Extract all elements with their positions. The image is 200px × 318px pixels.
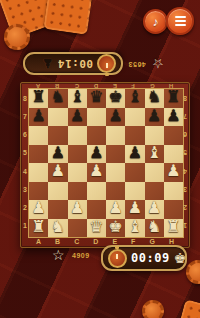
square-f2[interactable]: ♟: [125, 200, 144, 219]
black-pawn[interactable]: ♟: [147, 108, 161, 124]
square-b5[interactable]: ♟: [48, 145, 67, 164]
square-a5[interactable]: [29, 145, 48, 164]
black-pawn-icon: ♟: [42, 57, 54, 70]
sound-button[interactable]: ♪: [143, 9, 168, 34]
black-clock-time: 00:14: [57, 57, 93, 70]
coord-label-1: 1: [183, 222, 187, 229]
black-bishop[interactable]: ♝: [128, 89, 142, 105]
black-queen[interactable]: ♛: [89, 89, 103, 105]
square-d1[interactable]: ♛: [87, 219, 106, 238]
cookie-decoration: [142, 300, 164, 318]
square-a3[interactable]: [29, 182, 48, 201]
coord-label-h: H: [169, 238, 174, 245]
coord-label-6: 6: [23, 131, 27, 138]
square-a7[interactable]: ♟: [29, 108, 48, 127]
square-f6[interactable]: [125, 126, 144, 145]
coord-label-5: 5: [23, 149, 27, 156]
square-a4[interactable]: [29, 163, 48, 182]
square-c3[interactable]: [68, 182, 87, 201]
rank-labels-left: 87654321: [21, 89, 29, 235]
coord-label-d: D: [93, 238, 98, 245]
white-bishop[interactable]: ♝: [147, 145, 161, 161]
coord-label-e: E: [112, 238, 117, 245]
square-g8[interactable]: ♞: [145, 89, 164, 108]
black-pawn[interactable]: ♟: [31, 108, 45, 124]
square-b3[interactable]: [48, 182, 67, 201]
black-knight[interactable]: ♞: [147, 89, 161, 105]
menu-button[interactable]: [166, 7, 194, 35]
square-c6[interactable]: [68, 126, 87, 145]
white-queen[interactable]: ♛: [89, 219, 103, 235]
square-a6[interactable]: [29, 126, 48, 145]
square-f8[interactable]: ♝: [125, 89, 144, 108]
square-f3[interactable]: [125, 182, 144, 201]
white-star-icon: ☆: [52, 247, 65, 263]
coord-label-2: 2: [23, 204, 27, 211]
square-c8[interactable]: ♝: [68, 89, 87, 108]
white-pawn[interactable]: ♟: [147, 200, 161, 216]
black-pawn[interactable]: ♟: [108, 108, 122, 124]
coord-label-7: 7: [183, 113, 187, 120]
square-e5[interactable]: [106, 145, 125, 164]
white-pawn[interactable]: ♟: [51, 163, 65, 179]
white-rook[interactable]: ♜: [166, 219, 180, 235]
square-g6[interactable]: [145, 126, 164, 145]
cookie-decoration: [186, 260, 200, 284]
black-pawn[interactable]: ♟: [128, 145, 142, 161]
white-pawn[interactable]: ♟: [128, 200, 142, 216]
coord-label-g: G: [149, 238, 154, 245]
square-a8[interactable]: ♜: [29, 89, 48, 108]
square-g1[interactable]: ♞: [145, 219, 164, 238]
black-rating: 4653: [124, 61, 150, 68]
square-c4[interactable]: [68, 163, 87, 182]
black-clock-bar: 00:14 ♟: [23, 52, 123, 75]
white-pawn[interactable]: ♟: [31, 200, 45, 216]
white-rating: 4909: [72, 252, 102, 259]
coord-label-b: B: [55, 238, 60, 245]
coord-label-7: 7: [23, 113, 27, 120]
square-d2[interactable]: [87, 200, 106, 219]
coord-label-c: C: [74, 238, 79, 245]
black-pawn[interactable]: ♟: [70, 108, 84, 124]
black-star-icon: ☆: [152, 56, 164, 71]
stopwatch-icon: [108, 249, 127, 268]
square-b1[interactable]: ♞: [48, 219, 67, 238]
stopwatch-icon: [97, 54, 116, 73]
coord-label-4: 4: [183, 168, 187, 175]
cracker-decoration: [179, 299, 200, 318]
square-b8[interactable]: ♞: [48, 89, 67, 108]
black-pawn[interactable]: ♟: [166, 108, 180, 124]
coord-label-1: 1: [23, 222, 27, 229]
white-rook[interactable]: ♜: [31, 219, 45, 235]
rank-labels-right: 87654321: [181, 89, 189, 235]
white-knight[interactable]: ♞: [147, 219, 161, 235]
square-c2[interactable]: ♟: [68, 200, 87, 219]
white-king-icon: ♚: [174, 251, 187, 265]
square-c5[interactable]: [68, 145, 87, 164]
coord-label-4: 4: [23, 168, 27, 175]
coord-label-5: 5: [183, 149, 187, 156]
square-e3[interactable]: [106, 182, 125, 201]
square-g2[interactable]: ♟: [145, 200, 164, 219]
square-e8[interactable]: ♚: [106, 89, 125, 108]
square-g3[interactable]: [145, 182, 164, 201]
white-clock-bar: 00:09 ♚: [101, 245, 187, 271]
cracker-decoration: [43, 0, 92, 35]
square-a2[interactable]: ♟: [29, 200, 48, 219]
cookie-decoration: [4, 24, 30, 50]
black-pawn[interactable]: ♟: [89, 145, 103, 161]
black-pawn[interactable]: ♟: [51, 145, 65, 161]
coord-label-3: 3: [183, 186, 187, 193]
coord-label-8: 8: [183, 95, 187, 102]
white-pawn[interactable]: ♟: [70, 200, 84, 216]
black-rook[interactable]: ♜: [166, 89, 180, 105]
black-king[interactable]: ♚: [108, 89, 122, 105]
square-a1[interactable]: ♜: [29, 219, 48, 238]
white-pawn[interactable]: ♟: [108, 200, 122, 216]
square-e1[interactable]: ♚: [106, 219, 125, 238]
coord-label-a: A: [36, 238, 41, 245]
square-c1[interactable]: [68, 219, 87, 238]
coord-label-f: F: [131, 238, 135, 245]
white-bishop[interactable]: ♝: [128, 219, 142, 235]
coord-label-3: 3: [23, 186, 27, 193]
square-f1[interactable]: ♝: [125, 219, 144, 238]
app-screen: ♪ 00:14 ♟ 4653 ☆ ABCDEFGH 87654321 ♜♞♝♛♚…: [0, 0, 200, 318]
square-g7[interactable]: ♟: [145, 108, 164, 127]
square-d3[interactable]: [87, 182, 106, 201]
square-e7[interactable]: ♟: [106, 108, 125, 127]
white-knight[interactable]: ♞: [51, 219, 65, 235]
chess-board: ABCDEFGH 87654321 ♜♞♝♛♚♝♞♜♟♟♟♟♟♟♟♟♝♟♟♟♟♟…: [20, 82, 190, 248]
coord-label-8: 8: [23, 95, 27, 102]
square-d8[interactable]: ♛: [87, 89, 106, 108]
coord-label-2: 2: [183, 204, 187, 211]
square-f7[interactable]: [125, 108, 144, 127]
square-b4[interactable]: ♟: [48, 163, 67, 182]
coord-label-6: 6: [183, 131, 187, 138]
square-e4[interactable]: [106, 163, 125, 182]
square-b7[interactable]: [48, 108, 67, 127]
white-pawn[interactable]: ♟: [166, 163, 180, 179]
square-f4[interactable]: [125, 163, 144, 182]
white-pawn[interactable]: ♟: [89, 163, 103, 179]
square-c7[interactable]: ♟: [68, 108, 87, 127]
menu-icon: [175, 16, 186, 26]
white-king[interactable]: ♚: [108, 219, 122, 235]
square-d6[interactable]: [87, 126, 106, 145]
square-f5[interactable]: ♟: [125, 145, 144, 164]
square-d5[interactable]: ♟: [87, 145, 106, 164]
square-b2[interactable]: [48, 200, 67, 219]
square-e2[interactable]: ♟: [106, 200, 125, 219]
square-g4[interactable]: [145, 163, 164, 182]
black-rook[interactable]: ♜: [31, 89, 45, 105]
square-g5[interactable]: ♝: [145, 145, 164, 164]
white-clock-time: 00:09: [131, 251, 170, 265]
black-knight[interactable]: ♞: [51, 89, 65, 105]
black-bishop[interactable]: ♝: [70, 89, 84, 105]
music-note-icon: ♪: [153, 16, 159, 28]
square-d7[interactable]: [87, 108, 106, 127]
square-e6[interactable]: [106, 126, 125, 145]
square-b6[interactable]: [48, 126, 67, 145]
board-grid: ♜♞♝♛♚♝♞♜♟♟♟♟♟♟♟♟♝♟♟♟♟♟♟♟♟♜♞♛♚♝♞♜: [29, 89, 183, 237]
square-d4[interactable]: ♟: [87, 163, 106, 182]
